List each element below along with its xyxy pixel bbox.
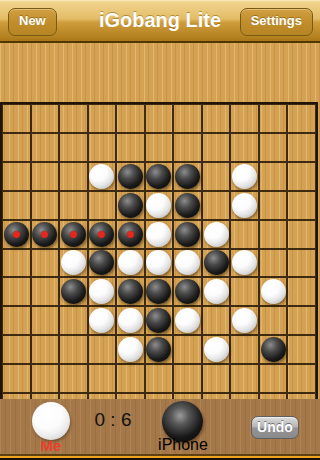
board-cell[interactable] — [173, 133, 202, 162]
black-stone — [146, 164, 171, 189]
board-cell[interactable] — [88, 249, 117, 278]
white-stone — [146, 193, 171, 218]
board-cell[interactable] — [116, 104, 145, 133]
board-cell[interactable] — [173, 306, 202, 335]
board-cell[interactable] — [116, 220, 145, 249]
board-cell[interactable] — [259, 364, 288, 393]
opponent-label: iPhone — [146, 436, 220, 454]
black-stone — [89, 222, 114, 247]
white-stone — [118, 308, 143, 333]
winning-mark-icon — [98, 231, 105, 238]
board-cell[interactable] — [116, 277, 145, 306]
black-stone — [175, 193, 200, 218]
winning-mark-icon — [41, 231, 48, 238]
black-stone — [118, 193, 143, 218]
black-stone — [118, 164, 143, 189]
undo-button[interactable]: Undo — [251, 416, 299, 439]
board-cell[interactable] — [287, 277, 316, 306]
board-cell[interactable] — [202, 133, 231, 162]
black-stone — [118, 222, 143, 247]
white-stone — [146, 250, 171, 275]
board-cell[interactable] — [230, 364, 259, 393]
board-cell[interactable] — [31, 133, 60, 162]
board-cell[interactable] — [202, 335, 231, 364]
board-cell[interactable] — [202, 104, 231, 133]
board-cell[interactable] — [59, 364, 88, 393]
white-stone — [232, 193, 257, 218]
board-cell[interactable] — [145, 162, 174, 191]
black-stone — [204, 250, 229, 275]
board-cell[interactable] — [173, 104, 202, 133]
board-cell[interactable] — [145, 306, 174, 335]
navigation-bar: New iGobang Lite Settings — [0, 0, 320, 43]
board-cell[interactable] — [59, 191, 88, 220]
board-cell[interactable] — [88, 104, 117, 133]
board-cell[interactable] — [116, 249, 145, 278]
board-cell[interactable] — [259, 162, 288, 191]
board-cell[interactable] — [202, 220, 231, 249]
black-stone — [61, 222, 86, 247]
board-cell[interactable] — [2, 162, 31, 191]
white-stone — [61, 250, 86, 275]
board-cell[interactable] — [145, 220, 174, 249]
board-cell[interactable] — [145, 104, 174, 133]
board-cell[interactable] — [230, 220, 259, 249]
board-cell[interactable] — [59, 220, 88, 249]
black-stone — [118, 279, 143, 304]
board-cell[interactable] — [173, 191, 202, 220]
white-stone — [89, 308, 114, 333]
black-stone — [146, 279, 171, 304]
board-cell[interactable] — [145, 277, 174, 306]
board-background — [0, 43, 320, 399]
board-cell[interactable] — [59, 133, 88, 162]
board-cell[interactable] — [116, 306, 145, 335]
board-cell[interactable] — [287, 306, 316, 335]
board-cell[interactable] — [116, 162, 145, 191]
board-cell[interactable] — [202, 277, 231, 306]
board-cell[interactable] — [230, 335, 259, 364]
player-white-stone — [32, 402, 70, 440]
settings-button[interactable]: Settings — [240, 8, 313, 36]
white-stone — [146, 222, 171, 247]
black-stone — [146, 308, 171, 333]
board-cell[interactable] — [202, 306, 231, 335]
white-stone — [232, 250, 257, 275]
winning-mark-icon — [70, 231, 77, 238]
board-cell[interactable] — [230, 104, 259, 133]
board-cell[interactable] — [88, 133, 117, 162]
new-game-button[interactable]: New — [8, 8, 57, 36]
board-cell[interactable] — [116, 364, 145, 393]
board-cell[interactable] — [287, 191, 316, 220]
board-cell[interactable] — [230, 133, 259, 162]
board-cell[interactable] — [287, 133, 316, 162]
board-grid — [0, 102, 318, 424]
board-cell[interactable] — [259, 335, 288, 364]
board-cell[interactable] — [59, 277, 88, 306]
board-cell[interactable] — [31, 335, 60, 364]
board-cell[interactable] — [59, 306, 88, 335]
board-cell[interactable] — [31, 162, 60, 191]
board-cell[interactable] — [202, 364, 231, 393]
black-stone — [32, 222, 57, 247]
score-text: 0 : 6 — [85, 409, 141, 431]
board-cell[interactable] — [287, 249, 316, 278]
score-panel: Me 0 : 6 iPhone Undo — [0, 399, 320, 454]
board-cell[interactable] — [230, 277, 259, 306]
board-cell[interactable] — [287, 162, 316, 191]
board-cell[interactable] — [31, 306, 60, 335]
board-cell[interactable] — [88, 220, 117, 249]
board-cell[interactable] — [145, 133, 174, 162]
winning-mark-icon — [13, 231, 20, 238]
board-cell[interactable] — [259, 277, 288, 306]
player-label: Me — [27, 437, 75, 454]
board-cell[interactable] — [31, 104, 60, 133]
white-stone — [175, 250, 200, 275]
black-stone — [175, 279, 200, 304]
winning-mark-icon — [127, 231, 134, 238]
board-cell[interactable] — [116, 191, 145, 220]
board-cell[interactable] — [145, 335, 174, 364]
board-cell[interactable] — [173, 220, 202, 249]
board-cell[interactable] — [116, 133, 145, 162]
board-cell[interactable] — [287, 104, 316, 133]
board-cell[interactable] — [2, 277, 31, 306]
board-cell[interactable] — [116, 335, 145, 364]
board-cell[interactable] — [31, 249, 60, 278]
board-cell[interactable] — [259, 220, 288, 249]
board-cell[interactable] — [173, 277, 202, 306]
white-stone — [204, 222, 229, 247]
board-cell[interactable] — [259, 133, 288, 162]
white-stone — [232, 308, 257, 333]
board-cell[interactable] — [88, 191, 117, 220]
white-stone — [204, 279, 229, 304]
board-cell[interactable] — [202, 162, 231, 191]
black-stone — [4, 222, 29, 247]
black-stone — [175, 222, 200, 247]
board-cell[interactable] — [145, 364, 174, 393]
board-cell[interactable] — [59, 104, 88, 133]
board-cell[interactable] — [287, 220, 316, 249]
board-cell[interactable] — [31, 191, 60, 220]
board-cell[interactable] — [2, 364, 31, 393]
board-cell[interactable] — [173, 364, 202, 393]
board-cell[interactable] — [287, 364, 316, 393]
white-stone — [118, 337, 143, 362]
board-cell[interactable] — [202, 191, 231, 220]
board-cell[interactable] — [88, 306, 117, 335]
white-stone — [175, 308, 200, 333]
black-stone — [61, 279, 86, 304]
white-stone — [204, 337, 229, 362]
board-cell[interactable] — [59, 162, 88, 191]
board-cell[interactable] — [59, 335, 88, 364]
white-stone — [232, 164, 257, 189]
board-cell[interactable] — [230, 162, 259, 191]
board-cell[interactable] — [88, 335, 117, 364]
board-cell[interactable] — [2, 335, 31, 364]
board-cell[interactable] — [259, 249, 288, 278]
board-cell[interactable] — [173, 162, 202, 191]
board-cell[interactable] — [202, 249, 231, 278]
black-stone — [175, 164, 200, 189]
board-cell[interactable] — [2, 306, 31, 335]
board-cell[interactable] — [88, 162, 117, 191]
board-cell[interactable] — [59, 249, 88, 278]
board-cell[interactable] — [31, 220, 60, 249]
board-cell[interactable] — [259, 191, 288, 220]
board-cell[interactable] — [145, 249, 174, 278]
board-cell[interactable] — [88, 364, 117, 393]
board-cell[interactable] — [173, 335, 202, 364]
board-cell[interactable] — [230, 249, 259, 278]
app-title: iGobang Lite — [99, 9, 221, 32]
black-stone — [146, 337, 171, 362]
white-stone — [89, 164, 114, 189]
board-cell[interactable] — [88, 277, 117, 306]
board-cell[interactable] — [31, 277, 60, 306]
black-stone — [261, 337, 286, 362]
board-cell[interactable] — [259, 306, 288, 335]
board-cell[interactable] — [31, 364, 60, 393]
white-stone — [118, 250, 143, 275]
app-screen: New iGobang Lite Settings Me 0 : 6 iPhon… — [0, 0, 320, 460]
white-stone — [89, 279, 114, 304]
black-stone — [89, 250, 114, 275]
board-cell[interactable] — [2, 104, 31, 133]
board-cell[interactable] — [287, 335, 316, 364]
board-cell[interactable] — [2, 220, 31, 249]
board-cell[interactable] — [2, 191, 31, 220]
board-cell[interactable] — [173, 249, 202, 278]
board-cell[interactable] — [230, 191, 259, 220]
white-stone — [261, 279, 286, 304]
board-cell[interactable] — [145, 191, 174, 220]
board-cell[interactable] — [230, 306, 259, 335]
board-cell[interactable] — [2, 133, 31, 162]
board-cell[interactable] — [2, 249, 31, 278]
board-cell[interactable] — [259, 104, 288, 133]
